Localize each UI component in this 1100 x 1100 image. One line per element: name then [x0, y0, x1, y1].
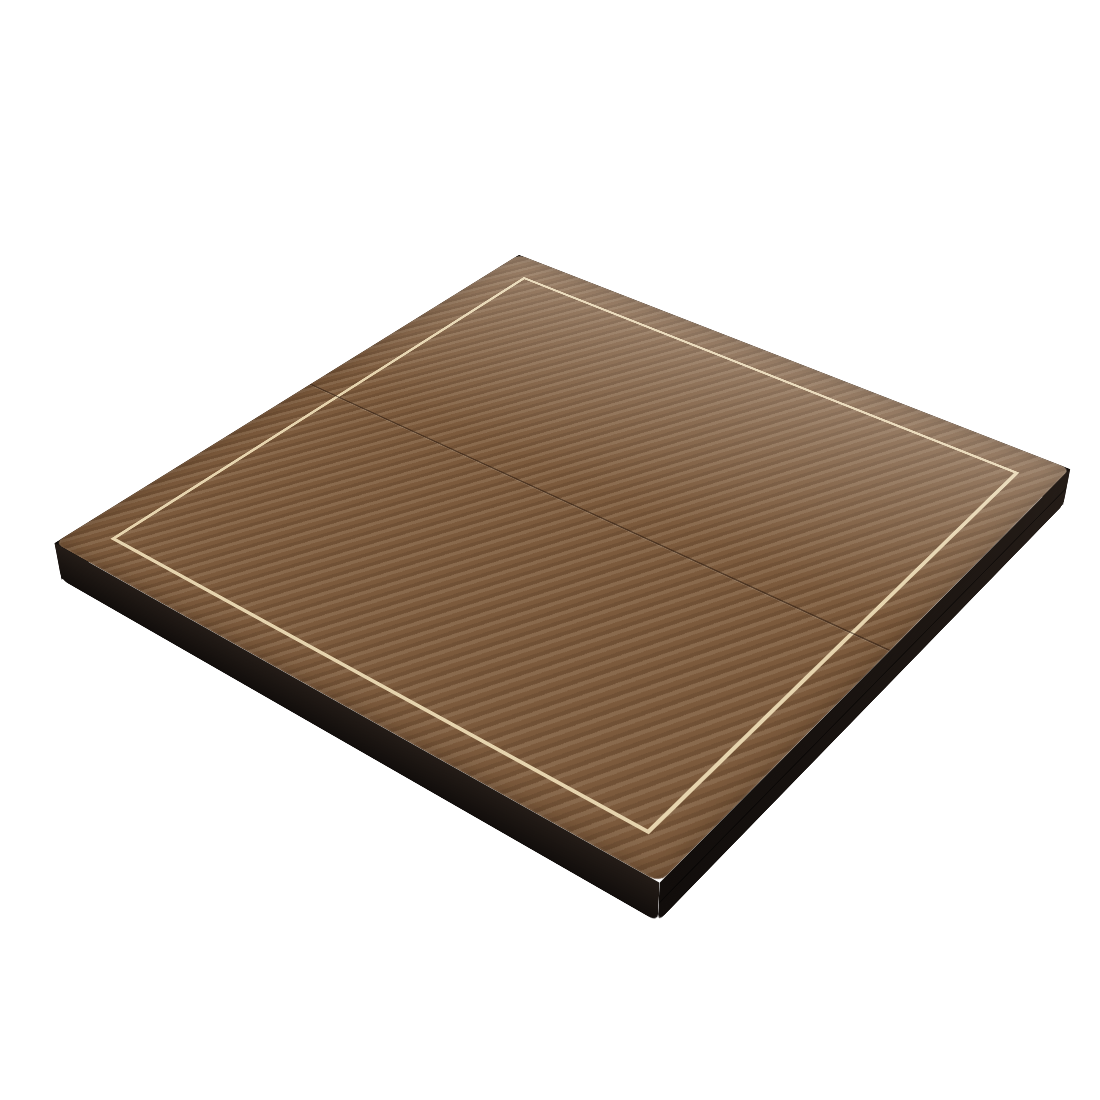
folding-chess-box	[55, 255, 1071, 883]
perspective-stage	[0, 0, 1100, 1100]
board-top-face	[55, 255, 1071, 883]
chess-set-product-photo	[0, 0, 1100, 1100]
pieces-layer	[131, 285, 1001, 817]
